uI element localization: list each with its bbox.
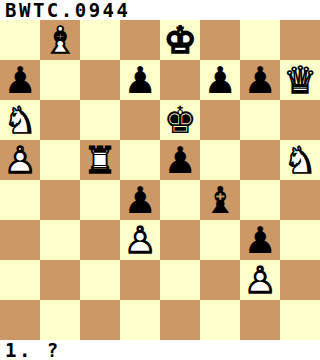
square-c5[interactable]: ♜♖ [80, 140, 120, 180]
square-c6[interactable] [80, 100, 120, 140]
piece-white-pawn[interactable]: ♟♙ [120, 220, 160, 260]
square-a4[interactable] [0, 180, 40, 220]
square-f6[interactable] [200, 100, 240, 140]
piece-white-rook[interactable]: ♜♖ [80, 140, 120, 180]
square-d8[interactable] [120, 20, 160, 60]
square-b1[interactable] [40, 300, 80, 340]
square-h2[interactable] [280, 260, 320, 300]
square-e4[interactable] [160, 180, 200, 220]
square-c3[interactable] [80, 220, 120, 260]
puzzle-title: BWTC.0944 [0, 0, 320, 20]
square-e2[interactable] [160, 260, 200, 300]
square-c4[interactable] [80, 180, 120, 220]
square-c1[interactable] [80, 300, 120, 340]
square-h7[interactable]: ♛♕ [280, 60, 320, 100]
square-f8[interactable] [200, 20, 240, 60]
square-g2[interactable]: ♟♙ [240, 260, 280, 300]
square-d3[interactable]: ♟♙ [120, 220, 160, 260]
piece-glyph-fill: ♚ [160, 100, 200, 140]
piece-black-pawn[interactable]: ♟ [120, 180, 160, 220]
square-a2[interactable] [0, 260, 40, 300]
square-b2[interactable] [40, 260, 80, 300]
piece-white-knight[interactable]: ♞♘ [280, 140, 320, 180]
square-e6[interactable]: ♚ [160, 100, 200, 140]
square-b8[interactable]: ♝♗ [40, 20, 80, 60]
square-g7[interactable]: ♟ [240, 60, 280, 100]
piece-glyph-outline: ♘ [0, 100, 40, 140]
square-c8[interactable] [80, 20, 120, 60]
piece-glyph-outline: ♗ [40, 20, 80, 60]
square-d7[interactable]: ♟ [120, 60, 160, 100]
square-a7[interactable]: ♟ [0, 60, 40, 100]
piece-glyph-fill: ♟ [0, 60, 40, 100]
piece-glyph-fill: ♝ [200, 180, 240, 220]
square-g5[interactable] [240, 140, 280, 180]
piece-black-bishop[interactable]: ♝ [200, 180, 240, 220]
piece-glyph-outline: ♘ [280, 140, 320, 180]
square-f1[interactable] [200, 300, 240, 340]
piece-white-pawn[interactable]: ♟♙ [0, 140, 40, 180]
square-e3[interactable] [160, 220, 200, 260]
piece-black-pawn[interactable]: ♟ [240, 60, 280, 100]
square-b5[interactable] [40, 140, 80, 180]
chess-board: ♝♗♚♔♟♟♟♟♛♕♞♘♚♟♙♜♖♟♞♘♟♝♟♙♟♟♙ [0, 20, 320, 340]
square-h8[interactable] [280, 20, 320, 60]
square-e1[interactable] [160, 300, 200, 340]
square-g1[interactable] [240, 300, 280, 340]
piece-black-pawn[interactable]: ♟ [0, 60, 40, 100]
square-b3[interactable] [40, 220, 80, 260]
square-c7[interactable] [80, 60, 120, 100]
square-h6[interactable] [280, 100, 320, 140]
piece-glyph-outline: ♙ [240, 260, 280, 300]
piece-black-pawn[interactable]: ♟ [160, 140, 200, 180]
square-h4[interactable] [280, 180, 320, 220]
square-a1[interactable] [0, 300, 40, 340]
piece-glyph-fill: ♟ [120, 60, 160, 100]
square-e5[interactable]: ♟ [160, 140, 200, 180]
square-b4[interactable] [40, 180, 80, 220]
square-d6[interactable] [120, 100, 160, 140]
move-prompt: 1. ? [0, 340, 320, 360]
square-e8[interactable]: ♚♔ [160, 20, 200, 60]
piece-glyph-fill: ♟ [200, 60, 240, 100]
piece-glyph-outline: ♙ [0, 140, 40, 180]
square-d4[interactable]: ♟ [120, 180, 160, 220]
piece-glyph-outline: ♙ [120, 220, 160, 260]
square-f7[interactable]: ♟ [200, 60, 240, 100]
square-g3[interactable]: ♟ [240, 220, 280, 260]
piece-glyph-outline: ♕ [280, 60, 320, 100]
square-a5[interactable]: ♟♙ [0, 140, 40, 180]
piece-glyph-outline: ♔ [160, 20, 200, 60]
square-d5[interactable] [120, 140, 160, 180]
piece-white-knight[interactable]: ♞♘ [0, 100, 40, 140]
piece-black-pawn[interactable]: ♟ [200, 60, 240, 100]
piece-black-pawn[interactable]: ♟ [120, 60, 160, 100]
square-d1[interactable] [120, 300, 160, 340]
piece-glyph-fill: ♟ [240, 220, 280, 260]
square-f3[interactable] [200, 220, 240, 260]
square-g8[interactable] [240, 20, 280, 60]
piece-black-pawn[interactable]: ♟ [240, 220, 280, 260]
piece-glyph-fill: ♟ [160, 140, 200, 180]
square-c2[interactable] [80, 260, 120, 300]
square-b7[interactable] [40, 60, 80, 100]
piece-glyph-fill: ♟ [240, 60, 280, 100]
piece-glyph-fill: ♟ [120, 180, 160, 220]
square-a8[interactable] [0, 20, 40, 60]
square-f5[interactable] [200, 140, 240, 180]
square-f4[interactable]: ♝ [200, 180, 240, 220]
square-h1[interactable] [280, 300, 320, 340]
piece-glyph-outline: ♖ [80, 140, 120, 180]
square-b6[interactable] [40, 100, 80, 140]
square-a6[interactable]: ♞♘ [0, 100, 40, 140]
square-g6[interactable] [240, 100, 280, 140]
piece-white-king[interactable]: ♚♔ [160, 20, 200, 60]
square-h3[interactable] [280, 220, 320, 260]
piece-white-queen[interactable]: ♛♕ [280, 60, 320, 100]
square-f2[interactable] [200, 260, 240, 300]
square-g4[interactable] [240, 180, 280, 220]
piece-black-king[interactable]: ♚ [160, 100, 200, 140]
square-a3[interactable] [0, 220, 40, 260]
square-h5[interactable]: ♞♘ [280, 140, 320, 180]
piece-white-bishop[interactable]: ♝♗ [40, 20, 80, 60]
piece-white-pawn[interactable]: ♟♙ [240, 260, 280, 300]
square-d2[interactable] [120, 260, 160, 300]
square-e7[interactable] [160, 60, 200, 100]
